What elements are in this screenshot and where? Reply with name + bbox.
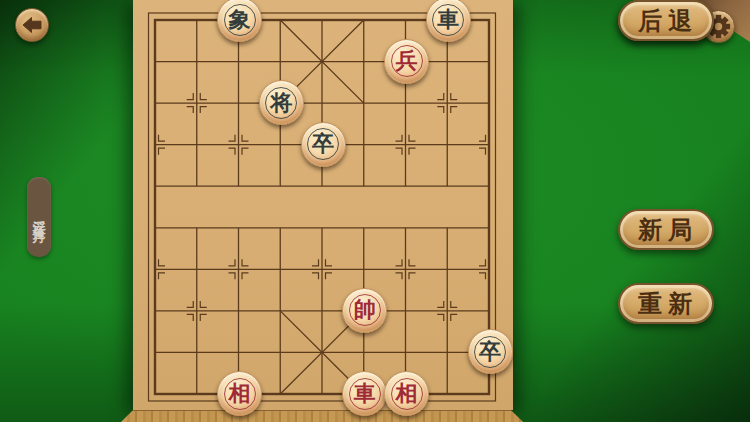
xiangqi-board (133, 0, 513, 410)
piece-red-相[interactable]: 相 (217, 371, 262, 416)
piece-character: 相 (385, 372, 428, 415)
piece-character: 卒 (302, 123, 345, 166)
game-screen: 象車兵将卒帥卒相車相 浮云掩月 新局 重新 答案 后退 (0, 0, 750, 422)
piece-black-将[interactable]: 将 (259, 80, 304, 125)
piece-character: 車 (343, 372, 386, 415)
piece-character: 象 (218, 0, 261, 41)
piece-red-兵[interactable]: 兵 (384, 39, 429, 84)
piece-character: 兵 (385, 40, 428, 83)
undo-button[interactable]: 后退 (618, 0, 714, 41)
piece-black-車[interactable]: 車 (426, 0, 471, 42)
puzzle-name-label: 浮云掩月 (27, 177, 51, 257)
new-game-button[interactable]: 新局 (618, 209, 714, 250)
piece-black-卒[interactable]: 卒 (301, 122, 346, 167)
left-arrow-icon (20, 13, 44, 37)
piece-character: 相 (218, 372, 261, 415)
piece-red-車[interactable]: 車 (342, 371, 387, 416)
board-front-edge (121, 410, 523, 422)
board-grid (133, 0, 513, 410)
piece-character: 帥 (343, 289, 386, 332)
piece-character: 車 (427, 0, 470, 41)
piece-black-卒[interactable]: 卒 (468, 329, 513, 374)
restart-button[interactable]: 重新 (618, 283, 714, 324)
piece-red-帥[interactable]: 帥 (342, 288, 387, 333)
puzzle-name-text: 浮云掩月 (33, 209, 46, 225)
piece-character: 将 (260, 81, 303, 124)
piece-red-相[interactable]: 相 (384, 371, 429, 416)
piece-black-象[interactable]: 象 (217, 0, 262, 42)
back-button[interactable] (15, 8, 49, 42)
piece-character: 卒 (469, 330, 512, 373)
